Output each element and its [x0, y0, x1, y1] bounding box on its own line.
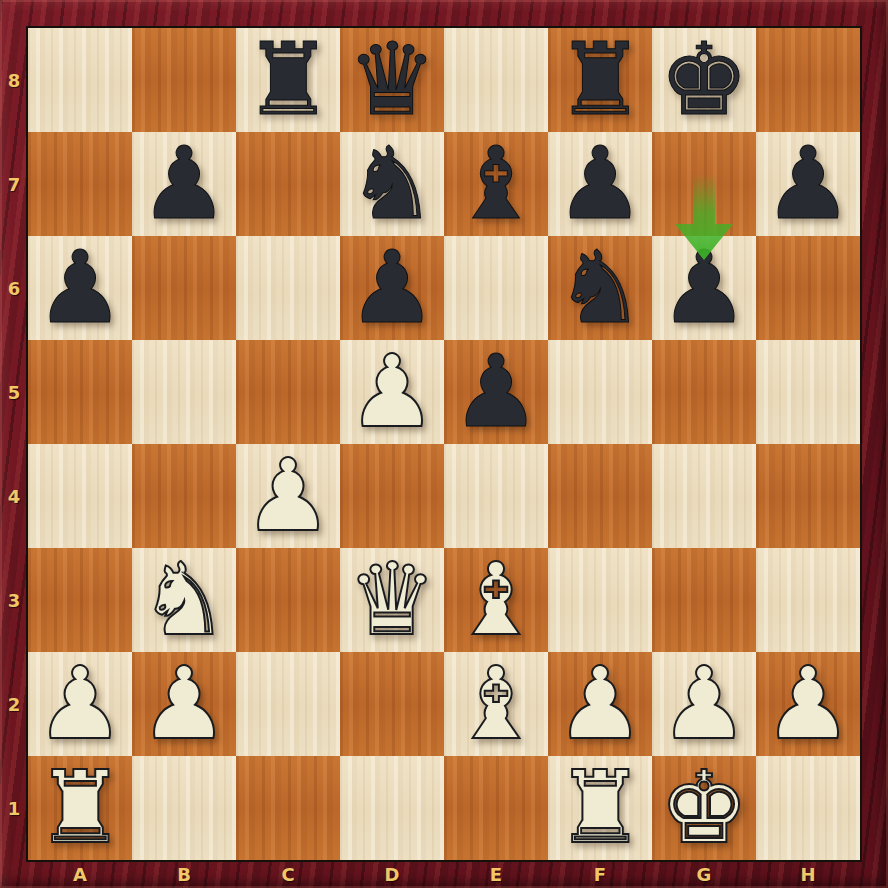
piece-black-bishop-e7[interactable]: ♝: [444, 132, 548, 236]
file-label-F: F: [548, 860, 652, 888]
square-b2[interactable]: ♟: [132, 652, 236, 756]
piece-black-knight-d7[interactable]: ♞: [340, 132, 444, 236]
piece-white-pawn-g2[interactable]: ♟: [652, 652, 756, 756]
file-label-G: G: [652, 860, 756, 888]
piece-white-bishop-e2[interactable]: ♝: [444, 652, 548, 756]
square-f2[interactable]: ♟: [548, 652, 652, 756]
square-c8[interactable]: ♜: [236, 28, 340, 132]
piece-black-pawn-b7[interactable]: ♟: [132, 132, 236, 236]
square-e8[interactable]: [444, 28, 548, 132]
square-e5[interactable]: ♟: [444, 340, 548, 444]
piece-white-pawn-a2[interactable]: ♟: [28, 652, 132, 756]
rank-label-2: 2: [0, 652, 28, 756]
rank-labels: 87654321: [0, 28, 28, 860]
square-a5[interactable]: [28, 340, 132, 444]
square-g8[interactable]: ♚: [652, 28, 756, 132]
square-b5[interactable]: [132, 340, 236, 444]
square-c4[interactable]: ♟: [236, 444, 340, 548]
rank-label-8: 8: [0, 28, 28, 132]
square-d1[interactable]: [340, 756, 444, 860]
piece-white-pawn-d5[interactable]: ♟: [340, 340, 444, 444]
square-f4[interactable]: [548, 444, 652, 548]
square-d7[interactable]: ♞: [340, 132, 444, 236]
rank-label-6: 6: [0, 236, 28, 340]
chessboard-frame: 87654321 ♜♛♜♚♟♞♝♟♟♟♟♞♟♟♟♟♞♛♝♟♟♝♟♟♟♜♜♚ AB…: [0, 0, 888, 888]
piece-white-rook-f1[interactable]: ♜: [548, 756, 652, 860]
piece-black-pawn-a6[interactable]: ♟: [28, 236, 132, 340]
square-f1[interactable]: ♜: [548, 756, 652, 860]
square-c3[interactable]: [236, 548, 340, 652]
piece-white-bishop-e3[interactable]: ♝: [444, 548, 548, 652]
square-d2[interactable]: [340, 652, 444, 756]
square-a3[interactable]: [28, 548, 132, 652]
file-label-C: C: [236, 860, 340, 888]
square-b4[interactable]: [132, 444, 236, 548]
square-a6[interactable]: ♟: [28, 236, 132, 340]
file-label-A: A: [28, 860, 132, 888]
file-label-D: D: [340, 860, 444, 888]
square-c5[interactable]: [236, 340, 340, 444]
square-e4[interactable]: [444, 444, 548, 548]
piece-white-rook-a1[interactable]: ♜: [28, 756, 132, 860]
square-d8[interactable]: ♛: [340, 28, 444, 132]
file-label-H: H: [756, 860, 860, 888]
square-g3[interactable]: [652, 548, 756, 652]
square-g2[interactable]: ♟: [652, 652, 756, 756]
piece-black-knight-f6[interactable]: ♞: [548, 236, 652, 340]
square-a4[interactable]: [28, 444, 132, 548]
square-g5[interactable]: [652, 340, 756, 444]
piece-black-rook-f8[interactable]: ♜: [548, 28, 652, 132]
square-e1[interactable]: [444, 756, 548, 860]
piece-black-queen-d8[interactable]: ♛: [340, 28, 444, 132]
square-g1[interactable]: ♚: [652, 756, 756, 860]
square-c7[interactable]: [236, 132, 340, 236]
piece-white-pawn-c4[interactable]: ♟: [236, 444, 340, 548]
square-f6[interactable]: ♞: [548, 236, 652, 340]
file-labels: ABCDEFGH: [28, 860, 860, 888]
square-h1[interactable]: [756, 756, 860, 860]
square-b8[interactable]: [132, 28, 236, 132]
rank-label-1: 1: [0, 756, 28, 860]
piece-black-rook-c8[interactable]: ♜: [236, 28, 340, 132]
square-b1[interactable]: [132, 756, 236, 860]
square-c2[interactable]: [236, 652, 340, 756]
square-h6[interactable]: [756, 236, 860, 340]
piece-white-knight-b3[interactable]: ♞: [132, 548, 236, 652]
piece-white-pawn-f2[interactable]: ♟: [548, 652, 652, 756]
square-f5[interactable]: [548, 340, 652, 444]
square-e2[interactable]: ♝: [444, 652, 548, 756]
square-d5[interactable]: ♟: [340, 340, 444, 444]
rank-label-5: 5: [0, 340, 28, 444]
rank-label-3: 3: [0, 548, 28, 652]
square-h3[interactable]: [756, 548, 860, 652]
piece-black-pawn-f7[interactable]: ♟: [548, 132, 652, 236]
square-g4[interactable]: [652, 444, 756, 548]
file-label-E: E: [444, 860, 548, 888]
square-a8[interactable]: [28, 28, 132, 132]
piece-white-pawn-b2[interactable]: ♟: [132, 652, 236, 756]
rank-label-7: 7: [0, 132, 28, 236]
piece-black-pawn-g6[interactable]: ♟: [652, 236, 756, 340]
rank-label-4: 4: [0, 444, 28, 548]
square-d4[interactable]: [340, 444, 444, 548]
square-h5[interactable]: [756, 340, 860, 444]
square-e6[interactable]: [444, 236, 548, 340]
board: ♜♛♜♚♟♞♝♟♟♟♟♞♟♟♟♟♞♛♝♟♟♝♟♟♟♜♜♚: [28, 28, 860, 860]
square-d3[interactable]: ♛: [340, 548, 444, 652]
square-h7[interactable]: ♟: [756, 132, 860, 236]
piece-black-king-g8[interactable]: ♚: [652, 28, 756, 132]
square-b7[interactable]: ♟: [132, 132, 236, 236]
square-c6[interactable]: [236, 236, 340, 340]
square-c1[interactable]: [236, 756, 340, 860]
square-a1[interactable]: ♜: [28, 756, 132, 860]
square-h8[interactable]: [756, 28, 860, 132]
piece-white-king-g1[interactable]: ♚: [652, 756, 756, 860]
square-f7[interactable]: ♟: [548, 132, 652, 236]
square-d6[interactable]: ♟: [340, 236, 444, 340]
square-g7[interactable]: [652, 132, 756, 236]
square-e7[interactable]: ♝: [444, 132, 548, 236]
square-b6[interactable]: [132, 236, 236, 340]
square-a7[interactable]: [28, 132, 132, 236]
piece-black-pawn-h7[interactable]: ♟: [756, 132, 860, 236]
square-h4[interactable]: [756, 444, 860, 548]
piece-black-pawn-e5[interactable]: ♟: [444, 340, 548, 444]
piece-black-pawn-d6[interactable]: ♟: [340, 236, 444, 340]
square-f8[interactable]: ♜: [548, 28, 652, 132]
square-b3[interactable]: ♞: [132, 548, 236, 652]
square-f3[interactable]: [548, 548, 652, 652]
piece-white-queen-d3[interactable]: ♛: [340, 548, 444, 652]
square-a2[interactable]: ♟: [28, 652, 132, 756]
square-g6[interactable]: ♟: [652, 236, 756, 340]
file-label-B: B: [132, 860, 236, 888]
square-e3[interactable]: ♝: [444, 548, 548, 652]
piece-white-pawn-h2[interactable]: ♟: [756, 652, 860, 756]
square-h2[interactable]: ♟: [756, 652, 860, 756]
